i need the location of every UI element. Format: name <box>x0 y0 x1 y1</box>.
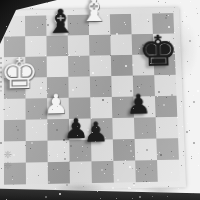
square-a3[interactable] <box>4 120 26 142</box>
square-a4[interactable] <box>4 99 26 121</box>
piece-black-bishop-c7[interactable]: ♝ <box>45 6 76 39</box>
square-h2[interactable] <box>156 138 179 160</box>
square-b1[interactable] <box>26 162 48 184</box>
chess-board: ❈❈ ♝♝♚♚♟♟♟♟ <box>0 7 186 190</box>
piece-black-pawn-g4[interactable]: ♟ <box>126 91 151 118</box>
square-b8[interactable] <box>25 15 46 36</box>
square-a8[interactable] <box>4 16 25 37</box>
square-h4[interactable] <box>155 96 177 118</box>
piece-black-king-h6[interactable]: ♚ <box>138 30 179 73</box>
square-f7[interactable] <box>110 34 132 55</box>
piece-white-king-a5[interactable]: ♚ <box>0 52 39 95</box>
square-b2[interactable] <box>26 141 48 163</box>
piece-black-pawn-e2[interactable]: ♟ <box>83 119 108 147</box>
square-h1[interactable] <box>157 160 180 182</box>
square-b3[interactable] <box>26 119 48 141</box>
square-e4[interactable] <box>90 97 112 119</box>
square-h5[interactable] <box>154 75 176 96</box>
square-e5[interactable] <box>90 76 112 97</box>
square-d6[interactable] <box>68 56 90 77</box>
square-d5[interactable] <box>68 76 90 97</box>
square-f3[interactable] <box>112 118 134 140</box>
square-f1[interactable] <box>113 160 135 182</box>
square-g2[interactable] <box>135 139 157 161</box>
square-c6[interactable] <box>47 56 69 77</box>
square-e7[interactable] <box>89 35 111 56</box>
square-f8[interactable] <box>110 14 132 35</box>
square-d1[interactable] <box>70 161 92 183</box>
square-e6[interactable] <box>89 55 111 76</box>
square-e1[interactable] <box>91 161 113 183</box>
square-f2[interactable] <box>113 139 135 161</box>
square-a2[interactable] <box>4 141 26 163</box>
square-f6[interactable] <box>111 55 133 76</box>
piece-white-bishop-e8[interactable]: ♝ <box>79 0 110 27</box>
square-g3[interactable] <box>134 117 156 139</box>
square-g1[interactable] <box>135 160 158 182</box>
table-edge-bottom <box>0 189 200 200</box>
square-c1[interactable] <box>48 162 70 184</box>
chessboard-photo: ❈❈ ♝♝♚♚♟♟♟♟ <box>0 0 200 200</box>
square-a1[interactable] <box>4 163 26 185</box>
square-h3[interactable] <box>156 117 178 139</box>
